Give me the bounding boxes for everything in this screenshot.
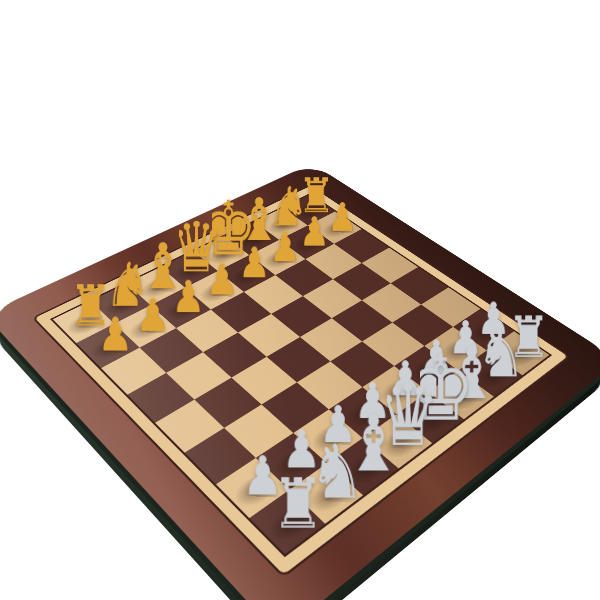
silver-rook: ♜ (275, 408, 321, 531)
gold-pawn: ♟ (96, 249, 135, 352)
gold-pawn: ♟ (134, 232, 172, 333)
product-photo: ♜♞♝♛♚♝♞♜♟♟♟♟♟♟♟♟♟♟♟♟♟♟♟♟♜♞♝♛♚♝♞♜ (0, 0, 600, 600)
chessboard: ♜♞♝♛♚♝♞♜♟♟♟♟♟♟♟♟♟♟♟♟♟♟♟♟♜♞♝♛♚♝♞♜ (0, 163, 600, 600)
photo-scene: ♜♞♝♛♚♝♞♜♟♟♟♟♟♟♟♟♟♟♟♟♟♟♟♟♜♞♝♛♚♝♞♜ (0, 0, 600, 600)
